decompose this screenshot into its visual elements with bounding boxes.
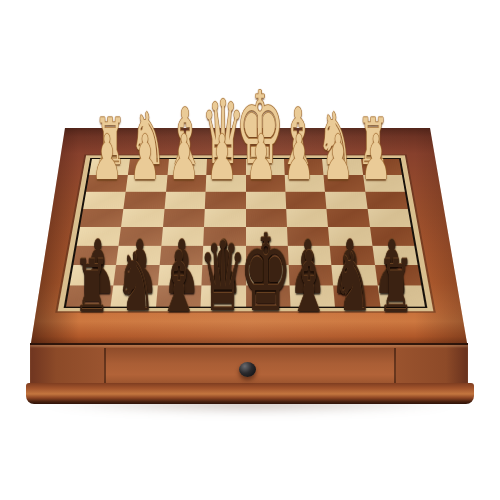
square <box>114 265 160 285</box>
square <box>333 285 380 306</box>
drawer-knob-icon <box>239 362 256 377</box>
square <box>124 192 166 209</box>
square <box>116 246 161 265</box>
chess-set-photo: ♜♞♝♛♚♝♞♜♟♟♟♟♟♟♟♟♟♟♟♟♟♟♟♟♜♞♝♛♚♝♞♜ <box>0 0 500 500</box>
square <box>289 285 335 306</box>
square <box>285 192 326 209</box>
square <box>246 285 291 306</box>
square <box>246 175 286 192</box>
square <box>70 265 117 285</box>
square <box>361 159 402 175</box>
square <box>328 227 372 246</box>
square <box>375 265 422 285</box>
square <box>128 159 169 175</box>
square <box>288 246 332 265</box>
square <box>324 175 365 192</box>
square <box>201 285 246 306</box>
square <box>289 265 334 285</box>
square <box>287 227 330 246</box>
square <box>161 227 204 246</box>
square <box>89 159 130 175</box>
square <box>158 265 203 285</box>
square <box>83 192 126 209</box>
square <box>202 265 246 285</box>
square <box>86 175 128 192</box>
square <box>121 209 164 227</box>
square <box>119 227 163 246</box>
square <box>66 285 114 306</box>
square <box>332 265 378 285</box>
square <box>327 209 370 227</box>
square <box>246 246 289 265</box>
square <box>204 209 245 227</box>
square <box>206 159 245 175</box>
square <box>246 159 285 175</box>
chess-board <box>64 158 428 308</box>
square <box>372 246 418 265</box>
square <box>205 192 246 209</box>
square <box>246 192 287 209</box>
square <box>285 175 326 192</box>
square <box>80 209 124 227</box>
square <box>206 175 246 192</box>
square <box>202 246 245 265</box>
square <box>156 285 202 306</box>
square <box>322 159 363 175</box>
square <box>159 246 203 265</box>
square <box>163 209 205 227</box>
square <box>365 192 408 209</box>
square <box>167 159 207 175</box>
square <box>126 175 167 192</box>
square <box>377 285 425 306</box>
square <box>286 209 328 227</box>
square <box>111 285 158 306</box>
square <box>325 192 367 209</box>
square <box>164 192 205 209</box>
square <box>203 227 245 246</box>
square <box>330 246 375 265</box>
base-molding <box>26 383 474 404</box>
square <box>73 246 119 265</box>
square <box>77 227 122 246</box>
square <box>284 159 324 175</box>
square <box>166 175 207 192</box>
square <box>246 227 288 246</box>
square <box>367 209 411 227</box>
square <box>246 265 290 285</box>
square <box>246 209 287 227</box>
square <box>370 227 415 246</box>
square <box>363 175 405 192</box>
